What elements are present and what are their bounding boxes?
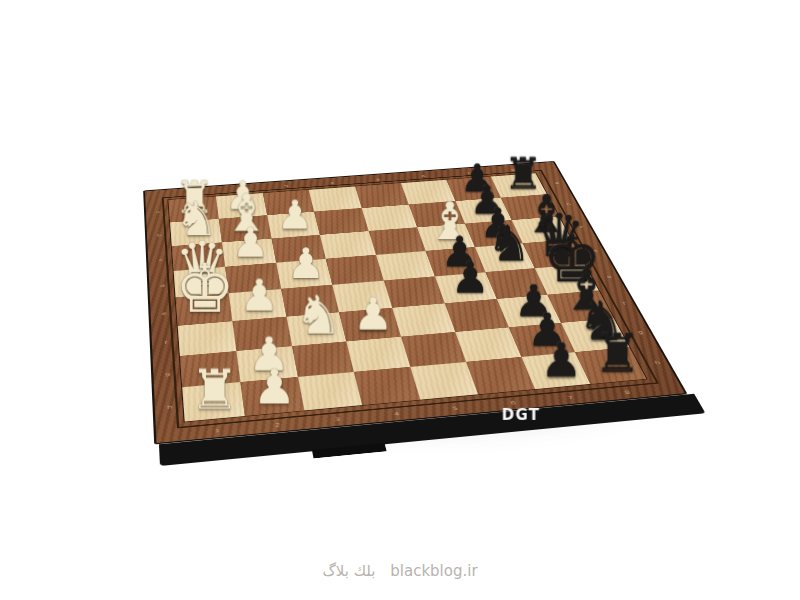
coord-near-rank-3: 3 (335, 417, 341, 423)
square-b3: ♟ (267, 212, 320, 239)
dgt-logo: DGT (501, 406, 539, 423)
coord-near-rank-2: 2 (275, 422, 281, 428)
square-f3: ♞ (286, 312, 347, 346)
coord-left-file-e: e (162, 311, 167, 316)
coord-near-rank-4: 4 (394, 411, 401, 417)
watermark: بلك بلاگ blackblog.ir (0, 562, 800, 580)
square-g2: ♟ (236, 346, 297, 382)
square-h3 (297, 372, 362, 410)
coord-far-rank-1: 1 (190, 191, 194, 195)
square-h7: ♟ (521, 352, 591, 389)
coord-far-rank-3: 3 (284, 185, 289, 189)
coord-near-rank-7: 7 (567, 395, 574, 401)
square-a1: ♜ (168, 197, 218, 223)
square-g7: ♟ (508, 323, 575, 358)
coord-right-file-g: g (637, 330, 644, 335)
square-f7: ♟ (496, 295, 561, 328)
coord-far-rank-4: 4 (330, 181, 335, 185)
coord-far-rank-8: 8 (511, 168, 516, 171)
board-scene: 11aa22bb33cc44dd55ee66ff77gg88hh ♜♟♟♜♞♝♟… (150, 46, 620, 516)
coord-far-rank-7: 7 (466, 171, 471, 174)
coord-left-file-c: c (159, 258, 163, 262)
coord-left-file-g: g (165, 371, 170, 376)
square-f2 (232, 317, 291, 351)
square-g4 (347, 336, 411, 372)
coord-right-file-f: f (622, 301, 627, 305)
square-h2: ♟ (240, 377, 304, 416)
board-foot (312, 443, 386, 459)
coord-right-file-h: h (654, 360, 661, 365)
square-a4 (309, 186, 362, 211)
coord-near-rank-1: 1 (214, 428, 220, 434)
coord-right-file-a: a (554, 181, 560, 185)
coord-right-file-d: d (592, 249, 598, 253)
coord-far-rank-5: 5 (376, 178, 381, 181)
coord-near-rank-8: 8 (624, 390, 631, 396)
square-h4 (354, 367, 420, 405)
coord-left-file-d: d (160, 284, 165, 288)
square-f4: ♟ (339, 308, 401, 341)
watermark-site: blackblog.ir (390, 562, 477, 580)
page-background: 11aa22bb33cc44dd55ee66ff77gg88hh ♜♟♟♜♞♝♟… (0, 0, 800, 600)
square-g1 (180, 351, 240, 388)
coord-left-file-a: a (156, 210, 160, 214)
square-g3 (292, 341, 355, 377)
coord-right-file-c: c (579, 225, 585, 229)
square-a3 (262, 190, 314, 215)
square-d4 (326, 255, 384, 285)
coord-left-file-f: f (165, 340, 168, 345)
square-g6 (455, 327, 521, 362)
chess-board: 11aa22bb33cc44dd55ee66ff77gg88hh ♜♟♟♜♞♝♟… (143, 161, 688, 445)
coord-far-rank-2: 2 (237, 188, 242, 192)
watermark-name-farsi: بلك بلاگ (322, 562, 375, 580)
square-h1: ♜ (182, 382, 244, 421)
coord-right-file-b: b (566, 203, 572, 207)
square-f6 (444, 299, 508, 332)
coord-right-file-e: e (606, 275, 612, 279)
coord-left-file-b: b (157, 234, 161, 238)
coord-near-rank-5: 5 (452, 406, 459, 412)
coord-far-rank-6: 6 (421, 175, 426, 178)
piece-black-pawn-f7: ♟ (514, 279, 553, 323)
coord-left-file-h: h (167, 404, 172, 410)
